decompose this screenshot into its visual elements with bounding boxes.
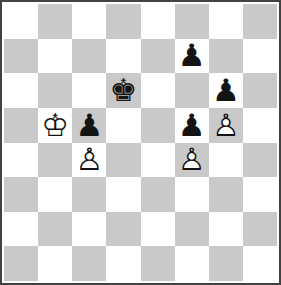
square-d6[interactable]: ♚ — [106, 73, 140, 108]
black-king-d6[interactable]: ♚ — [106, 73, 140, 108]
square-d3[interactable] — [106, 177, 140, 212]
square-f8[interactable] — [175, 4, 209, 39]
square-e6[interactable] — [141, 73, 175, 108]
square-a6[interactable] — [4, 73, 38, 108]
square-a8[interactable] — [4, 4, 38, 39]
square-a4[interactable] — [4, 143, 38, 178]
square-c4[interactable]: ♟♙ — [72, 143, 106, 178]
square-h2[interactable] — [243, 212, 277, 247]
square-b2[interactable] — [38, 212, 72, 247]
square-b6[interactable] — [38, 73, 72, 108]
square-e2[interactable] — [141, 212, 175, 247]
square-g8[interactable] — [209, 4, 243, 39]
square-b7[interactable] — [38, 39, 72, 74]
square-f1[interactable] — [175, 246, 209, 281]
square-d2[interactable] — [106, 212, 140, 247]
square-h3[interactable] — [243, 177, 277, 212]
square-e7[interactable] — [141, 39, 175, 74]
square-a2[interactable] — [4, 212, 38, 247]
white-pawn-g5[interactable]: ♟♙ — [209, 108, 243, 143]
square-a7[interactable] — [4, 39, 38, 74]
square-g5[interactable]: ♟♙ — [209, 108, 243, 143]
black-pawn-g6[interactable]: ♟ — [209, 73, 243, 108]
square-d4[interactable] — [106, 143, 140, 178]
square-e4[interactable] — [141, 143, 175, 178]
white-king-outline: ♔ — [41, 110, 69, 141]
square-d5[interactable] — [106, 108, 140, 143]
square-c6[interactable] — [72, 73, 106, 108]
square-h6[interactable] — [243, 73, 277, 108]
square-c3[interactable] — [72, 177, 106, 212]
square-g1[interactable] — [209, 246, 243, 281]
black-pawn-f5[interactable]: ♟ — [175, 108, 209, 143]
chess-diagram-frame: ♟♚♟♚♔♟♟♟♙♟♙♟♙ — [0, 0, 281, 285]
square-c5[interactable]: ♟ — [72, 108, 106, 143]
white-pawn-outline: ♙ — [212, 110, 240, 141]
square-f4[interactable]: ♟♙ — [175, 143, 209, 178]
square-b1[interactable] — [38, 246, 72, 281]
square-d7[interactable] — [106, 39, 140, 74]
square-e3[interactable] — [141, 177, 175, 212]
square-h5[interactable] — [243, 108, 277, 143]
black-pawn-f7[interactable]: ♟ — [175, 39, 209, 74]
square-f3[interactable] — [175, 177, 209, 212]
square-d8[interactable] — [106, 4, 140, 39]
square-c8[interactable] — [72, 4, 106, 39]
square-b4[interactable] — [38, 143, 72, 178]
square-h8[interactable] — [243, 4, 277, 39]
square-a5[interactable] — [4, 108, 38, 143]
square-f7[interactable]: ♟ — [175, 39, 209, 74]
white-king-b5[interactable]: ♚♔ — [38, 108, 72, 143]
white-pawn-outline: ♙ — [75, 144, 103, 175]
square-a3[interactable] — [4, 177, 38, 212]
square-h1[interactable] — [243, 246, 277, 281]
black-pawn-c5[interactable]: ♟ — [72, 108, 106, 143]
white-pawn-c4[interactable]: ♟♙ — [72, 143, 106, 178]
square-d1[interactable] — [106, 246, 140, 281]
square-h7[interactable] — [243, 39, 277, 74]
square-b3[interactable] — [38, 177, 72, 212]
square-g3[interactable] — [209, 177, 243, 212]
white-pawn-outline: ♙ — [178, 144, 206, 175]
square-g6[interactable]: ♟ — [209, 73, 243, 108]
square-g4[interactable] — [209, 143, 243, 178]
square-c1[interactable] — [72, 246, 106, 281]
square-f5[interactable]: ♟ — [175, 108, 209, 143]
square-e8[interactable] — [141, 4, 175, 39]
square-b8[interactable] — [38, 4, 72, 39]
square-a1[interactable] — [4, 246, 38, 281]
square-c2[interactable] — [72, 212, 106, 247]
square-g2[interactable] — [209, 212, 243, 247]
square-b5[interactable]: ♚♔ — [38, 108, 72, 143]
square-f2[interactable] — [175, 212, 209, 247]
square-e1[interactable] — [141, 246, 175, 281]
square-h4[interactable] — [243, 143, 277, 178]
square-e5[interactable] — [141, 108, 175, 143]
chess-board: ♟♚♟♚♔♟♟♟♙♟♙♟♙ — [4, 4, 277, 281]
white-pawn-f4[interactable]: ♟♙ — [175, 143, 209, 178]
square-c7[interactable] — [72, 39, 106, 74]
square-g7[interactable] — [209, 39, 243, 74]
square-f6[interactable] — [175, 73, 209, 108]
